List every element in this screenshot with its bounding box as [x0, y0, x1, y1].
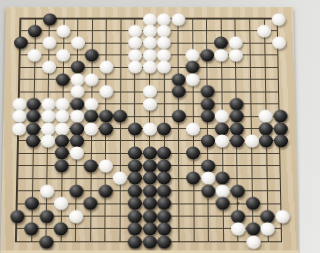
- white-stone[interactable]: [70, 147, 84, 160]
- white-stone[interactable]: [171, 13, 185, 25]
- white-stone[interactable]: [143, 98, 157, 111]
- board-photo: [0, 0, 300, 253]
- black-stone[interactable]: [43, 13, 57, 25]
- black-stone[interactable]: [157, 235, 171, 248]
- white-stone[interactable]: [186, 122, 200, 135]
- black-stone[interactable]: [230, 134, 244, 147]
- white-stone[interactable]: [272, 37, 286, 50]
- black-stone[interactable]: [128, 122, 142, 135]
- black-stone[interactable]: [24, 222, 38, 235]
- black-stone[interactable]: [56, 73, 70, 86]
- black-stone[interactable]: [230, 184, 244, 197]
- white-stone[interactable]: [143, 85, 157, 98]
- black-stone[interactable]: [230, 110, 244, 123]
- black-stone[interactable]: [128, 235, 142, 248]
- white-stone[interactable]: [157, 37, 171, 50]
- black-stone[interactable]: [84, 159, 98, 172]
- black-stone[interactable]: [70, 98, 84, 111]
- white-stone[interactable]: [69, 210, 83, 223]
- black-stone[interactable]: [201, 110, 215, 123]
- white-stone[interactable]: [157, 25, 171, 38]
- white-stone[interactable]: [128, 61, 142, 74]
- black-stone[interactable]: [245, 197, 259, 210]
- white-stone[interactable]: [99, 61, 113, 74]
- black-stone[interactable]: [114, 110, 128, 123]
- black-stone[interactable]: [216, 197, 230, 210]
- white-stone[interactable]: [56, 49, 70, 62]
- white-stone[interactable]: [186, 49, 200, 62]
- black-stone[interactable]: [157, 197, 171, 210]
- white-stone[interactable]: [12, 122, 26, 135]
- white-stone[interactable]: [244, 134, 258, 147]
- white-stone[interactable]: [40, 134, 54, 147]
- black-stone[interactable]: [172, 110, 186, 123]
- white-stone[interactable]: [41, 98, 55, 111]
- black-stone[interactable]: [13, 37, 27, 50]
- black-stone[interactable]: [10, 210, 24, 223]
- black-stone[interactable]: [201, 184, 215, 197]
- black-stone[interactable]: [200, 85, 214, 98]
- black-stone[interactable]: [143, 147, 157, 160]
- white-stone[interactable]: [157, 13, 171, 25]
- white-stone[interactable]: [57, 25, 71, 38]
- black-stone[interactable]: [55, 134, 69, 147]
- hoshi-point: [236, 202, 239, 205]
- black-stone[interactable]: [200, 49, 214, 62]
- black-stone[interactable]: [157, 210, 171, 223]
- black-stone[interactable]: [25, 197, 39, 210]
- white-stone[interactable]: [143, 37, 157, 50]
- black-stone[interactable]: [229, 98, 243, 111]
- white-stone[interactable]: [186, 73, 200, 86]
- black-stone[interactable]: [26, 110, 40, 123]
- white-stone[interactable]: [215, 134, 229, 147]
- black-stone[interactable]: [273, 122, 287, 135]
- white-stone[interactable]: [42, 61, 56, 74]
- black-stone[interactable]: [172, 85, 186, 98]
- black-stone[interactable]: [55, 147, 69, 160]
- white-stone[interactable]: [271, 13, 285, 25]
- white-stone[interactable]: [40, 184, 54, 197]
- black-stone[interactable]: [128, 172, 142, 185]
- black-stone[interactable]: [142, 197, 156, 210]
- white-stone[interactable]: [143, 13, 157, 25]
- white-stone[interactable]: [55, 122, 69, 135]
- white-stone[interactable]: [55, 110, 69, 123]
- white-stone[interactable]: [70, 73, 84, 86]
- black-stone[interactable]: [128, 184, 142, 197]
- black-stone[interactable]: [143, 159, 157, 172]
- white-stone[interactable]: [70, 85, 84, 98]
- black-stone[interactable]: [128, 197, 142, 210]
- black-stone[interactable]: [70, 134, 84, 147]
- white-stone[interactable]: [70, 110, 84, 123]
- black-stone[interactable]: [186, 172, 200, 185]
- black-stone[interactable]: [273, 110, 287, 123]
- black-stone[interactable]: [26, 134, 40, 147]
- black-stone[interactable]: [186, 61, 200, 74]
- white-stone[interactable]: [275, 210, 289, 223]
- white-stone[interactable]: [201, 172, 215, 185]
- white-stone[interactable]: [143, 25, 157, 38]
- black-stone[interactable]: [69, 184, 83, 197]
- white-stone[interactable]: [231, 222, 245, 235]
- white-stone[interactable]: [99, 85, 113, 98]
- white-stone[interactable]: [41, 110, 55, 123]
- white-stone[interactable]: [143, 61, 157, 74]
- white-stone[interactable]: [214, 49, 228, 62]
- white-stone[interactable]: [54, 197, 68, 210]
- board-grid[interactable]: [15, 18, 282, 243]
- black-stone[interactable]: [157, 147, 171, 160]
- black-stone[interactable]: [128, 210, 142, 223]
- black-stone[interactable]: [157, 222, 171, 235]
- black-stone[interactable]: [214, 37, 228, 50]
- black-stone[interactable]: [201, 134, 215, 147]
- black-stone[interactable]: [259, 122, 273, 135]
- white-stone[interactable]: [216, 184, 230, 197]
- white-stone[interactable]: [229, 49, 243, 62]
- black-stone[interactable]: [98, 184, 112, 197]
- white-stone[interactable]: [157, 49, 171, 62]
- black-stone[interactable]: [157, 184, 171, 197]
- black-stone[interactable]: [231, 210, 245, 223]
- black-stone[interactable]: [99, 110, 113, 123]
- white-stone[interactable]: [113, 172, 127, 185]
- black-stone[interactable]: [84, 197, 98, 210]
- white-stone[interactable]: [85, 73, 99, 86]
- black-stone[interactable]: [260, 210, 274, 223]
- white-stone[interactable]: [128, 25, 142, 38]
- black-stone[interactable]: [201, 159, 215, 172]
- black-stone[interactable]: [128, 222, 142, 235]
- white-stone[interactable]: [143, 122, 157, 135]
- black-stone[interactable]: [215, 122, 229, 135]
- black-stone[interactable]: [186, 147, 200, 160]
- black-stone[interactable]: [128, 159, 142, 172]
- black-stone[interactable]: [157, 122, 171, 135]
- white-stone[interactable]: [71, 37, 85, 50]
- black-stone[interactable]: [143, 184, 157, 197]
- white-stone[interactable]: [229, 37, 243, 50]
- black-stone[interactable]: [28, 25, 42, 38]
- black-stone[interactable]: [274, 134, 288, 147]
- black-stone[interactable]: [55, 159, 69, 172]
- white-stone[interactable]: [260, 222, 274, 235]
- black-stone[interactable]: [27, 98, 41, 111]
- white-stone[interactable]: [84, 122, 98, 135]
- white-stone[interactable]: [215, 110, 229, 123]
- black-stone[interactable]: [70, 122, 84, 135]
- white-stone[interactable]: [42, 37, 56, 50]
- black-stone[interactable]: [39, 235, 53, 248]
- black-stone[interactable]: [85, 49, 99, 62]
- black-stone[interactable]: [26, 122, 40, 135]
- black-stone[interactable]: [246, 222, 260, 235]
- white-stone[interactable]: [128, 37, 142, 50]
- black-stone[interactable]: [84, 110, 98, 123]
- white-stone[interactable]: [257, 25, 271, 38]
- white-stone[interactable]: [56, 98, 70, 111]
- black-stone[interactable]: [142, 210, 156, 223]
- go-board[interactable]: [1, 7, 299, 251]
- white-stone[interactable]: [259, 110, 273, 123]
- black-stone[interactable]: [54, 222, 68, 235]
- white-stone[interactable]: [157, 61, 171, 74]
- black-stone[interactable]: [143, 172, 157, 185]
- black-stone[interactable]: [216, 172, 230, 185]
- black-stone[interactable]: [200, 98, 214, 111]
- white-stone[interactable]: [246, 235, 260, 248]
- white-stone[interactable]: [128, 49, 142, 62]
- black-stone[interactable]: [142, 222, 156, 235]
- black-stone[interactable]: [71, 61, 85, 74]
- black-stone[interactable]: [157, 159, 171, 172]
- black-stone[interactable]: [142, 235, 156, 248]
- white-stone[interactable]: [41, 122, 55, 135]
- white-stone[interactable]: [85, 98, 99, 111]
- black-stone[interactable]: [99, 122, 113, 135]
- white-stone[interactable]: [99, 159, 113, 172]
- white-stone[interactable]: [143, 49, 157, 62]
- white-stone[interactable]: [12, 98, 26, 111]
- white-stone[interactable]: [28, 49, 42, 62]
- black-stone[interactable]: [128, 147, 142, 160]
- black-stone[interactable]: [157, 172, 171, 185]
- black-stone[interactable]: [230, 122, 244, 135]
- black-stone[interactable]: [259, 134, 273, 147]
- black-stone[interactable]: [171, 73, 185, 86]
- black-stone[interactable]: [39, 210, 53, 223]
- white-stone[interactable]: [12, 110, 26, 123]
